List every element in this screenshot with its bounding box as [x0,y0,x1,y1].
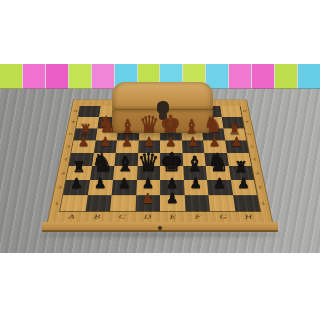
square-b1 [85,195,112,211]
square-c2 [112,180,137,195]
wall-tile-11 [229,64,251,89]
wooden-box [112,82,213,133]
wall-tile-1 [0,64,22,89]
square-a6 [74,128,97,140]
square-e3 [160,166,183,180]
rank-label-6: 6 [247,132,251,136]
box-clasp [157,101,169,113]
square-e4 [160,153,183,166]
square-h1 [233,195,260,211]
rank-label-1: 1 [54,201,59,206]
file-label-d: D [135,214,160,220]
wall-tile-14 [298,64,320,89]
square-a7 [76,117,99,128]
square-h3 [228,166,254,180]
wall-tile-3 [46,64,68,89]
wall-tile-13 [275,64,297,89]
wall-tile-12 [252,64,274,89]
rank-label-2: 2 [258,186,263,191]
square-f5 [182,140,205,153]
square-h2 [230,180,256,195]
file-label-e: E [160,214,185,220]
square-e1 [160,195,185,211]
square-h7 [221,117,244,128]
rank-label-5: 5 [250,145,254,149]
square-h5 [225,140,249,153]
square-d2 [136,180,160,195]
square-d1 [135,195,160,211]
file-label-g: G [210,214,236,220]
square-b2 [87,180,113,195]
square-g3 [206,166,231,180]
square-b4 [92,153,116,166]
square-b5 [93,140,116,153]
rank-label-7: 7 [71,121,75,124]
wall-tile-5 [92,64,114,89]
square-e2 [160,180,184,195]
square-d4 [137,153,160,166]
square-d3 [137,166,160,180]
square-a8 [78,106,100,117]
square-a5 [71,140,95,153]
rank-label-5: 5 [66,145,70,149]
rank-label-1: 1 [261,201,266,206]
rank-label-3: 3 [255,171,259,175]
square-c4 [114,153,137,166]
square-c1 [110,195,136,211]
square-c3 [113,166,137,180]
rank-label-7: 7 [245,121,249,124]
wall-tile-4 [69,64,91,89]
file-label-b: B [84,214,110,220]
square-g5 [203,140,226,153]
file-label-c: C [109,214,135,220]
square-c5 [116,140,139,153]
rank-label-4: 4 [63,157,67,161]
rank-label-8: 8 [73,110,77,113]
square-h8 [220,106,242,117]
square-a3 [66,166,92,180]
square-f2 [183,180,208,195]
photo-frame: 87654321 87654321 ABCDEFGH [0,64,320,253]
board-front-edge [42,222,278,232]
rank-label-4: 4 [252,157,256,161]
square-f1 [184,195,210,211]
square-a2 [63,180,89,195]
square-f3 [183,166,207,180]
file-labels: ABCDEFGH [48,211,272,222]
square-e5 [160,140,182,153]
rank-label-3: 3 [61,171,65,175]
square-h6 [223,128,246,140]
board-shadow [40,232,280,237]
square-h4 [227,153,252,166]
square-a1 [60,195,87,211]
square-d5 [138,140,160,153]
file-label-a: A [58,214,84,220]
file-label-h: H [235,214,261,220]
file-label-f: F [185,214,211,220]
square-b3 [90,166,115,180]
board-latch-hole [158,226,162,230]
square-g4 [204,153,228,166]
rank-label-2: 2 [58,186,63,191]
square-g2 [207,180,233,195]
listing-photo-page: { "game": "chess", "scene": { "descripti… [0,0,320,320]
rank-label-8: 8 [243,110,247,113]
wall-tile-2 [23,64,45,89]
square-a4 [69,153,94,166]
rank-label-6: 6 [69,132,73,136]
square-g1 [208,195,235,211]
square-f4 [182,153,205,166]
